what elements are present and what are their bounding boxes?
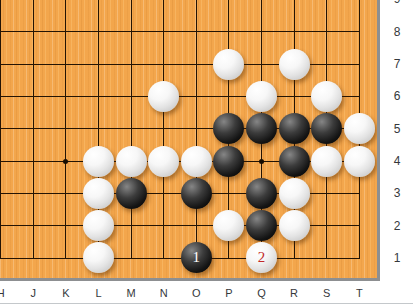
go-board[interactable]: 12 (0, 0, 380, 281)
stone-white-N4[interactable] (148, 146, 179, 177)
star-point-K4 (63, 159, 68, 164)
stone-black-S5[interactable] (311, 113, 342, 144)
row-label-3: 3 (388, 185, 406, 201)
col-label-J: J (25, 286, 41, 300)
stone-black-Q3[interactable] (246, 178, 277, 209)
stone-white-R3[interactable] (279, 178, 310, 209)
stone-white-L2[interactable] (83, 210, 114, 241)
stone-black-R4[interactable] (279, 146, 310, 177)
stone-black-Q5[interactable] (246, 113, 277, 144)
row-label-6: 6 (388, 88, 406, 104)
col-label-N: N (156, 286, 172, 300)
row-label-9: 9 (388, 0, 406, 7)
col-label-H: H (0, 286, 9, 300)
row-label-7: 7 (388, 56, 406, 72)
stone-black-Q2[interactable] (246, 210, 277, 241)
stone-white-N6[interactable] (148, 81, 179, 112)
col-label-S: S (319, 286, 335, 300)
stone-white-R7[interactable] (279, 49, 310, 80)
col-label-P: P (221, 286, 237, 300)
stone-white-S6[interactable] (311, 81, 342, 112)
stone-white-P2[interactable] (213, 210, 244, 241)
stone-white-L4[interactable] (83, 146, 114, 177)
stone-white-Q1[interactable]: 2 (246, 242, 277, 273)
stone-white-M4[interactable] (116, 146, 147, 177)
row-label-8: 8 (388, 24, 406, 40)
col-label-L: L (91, 286, 107, 300)
stone-white-O4[interactable] (181, 146, 212, 177)
col-label-T: T (351, 286, 367, 300)
stone-black-O3[interactable] (181, 178, 212, 209)
stone-white-S4[interactable] (311, 146, 342, 177)
stone-black-P4[interactable] (213, 146, 244, 177)
stone-white-L3[interactable] (83, 178, 114, 209)
stones-layer: 12 (0, 0, 376, 274)
row-label-5: 5 (388, 121, 406, 137)
col-label-O: O (188, 286, 204, 300)
stone-white-T5[interactable] (344, 113, 375, 144)
go-diagram: 12 HJKLMNOPQRST 987654321 (0, 0, 413, 307)
row-label-1: 1 (388, 250, 406, 266)
row-label-4: 4 (388, 153, 406, 169)
stone-black-P5[interactable] (213, 113, 244, 144)
stone-black-R5[interactable] (279, 113, 310, 144)
col-label-R: R (286, 286, 302, 300)
stone-white-L1[interactable] (83, 242, 114, 273)
stone-white-R2[interactable] (279, 210, 310, 241)
stone-white-P7[interactable] (213, 49, 244, 80)
stone-white-Q6[interactable] (246, 81, 277, 112)
stone-black-O1[interactable]: 1 (181, 242, 212, 273)
separator-line (0, 303, 413, 304)
star-point-Q4 (259, 159, 264, 164)
row-label-2: 2 (388, 218, 406, 234)
stone-black-M3[interactable] (116, 178, 147, 209)
col-label-M: M (123, 286, 139, 300)
stone-white-T4[interactable] (344, 146, 375, 177)
col-label-Q: Q (254, 286, 270, 300)
col-label-K: K (58, 286, 74, 300)
